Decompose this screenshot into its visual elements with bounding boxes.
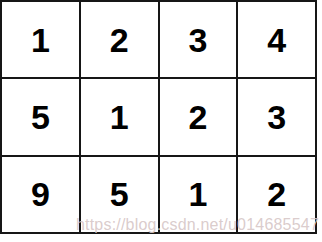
grid-cell-r2c1: 5 (2, 79, 79, 154)
number-grid: 123451239512 (0, 0, 317, 234)
grid-cell-r1c3: 3 (160, 2, 237, 77)
grid-cell-r3c3: 1 (160, 157, 237, 232)
grid-cell-r3c1: 9 (2, 157, 79, 232)
grid-cell-r1c1: 1 (2, 2, 79, 77)
grid-cell-r3c4: 2 (238, 157, 315, 232)
grid-cell-r2c2: 1 (81, 79, 158, 154)
page-canvas: 123451239512 https://blog.csdn.net/u0146… (0, 0, 322, 242)
grid-cell-r2c3: 2 (160, 79, 237, 154)
grid-cell-r1c2: 2 (81, 2, 158, 77)
grid-cell-r3c2: 5 (81, 157, 158, 232)
grid-cell-r1c4: 4 (238, 2, 315, 77)
grid-cell-r2c4: 3 (238, 79, 315, 154)
